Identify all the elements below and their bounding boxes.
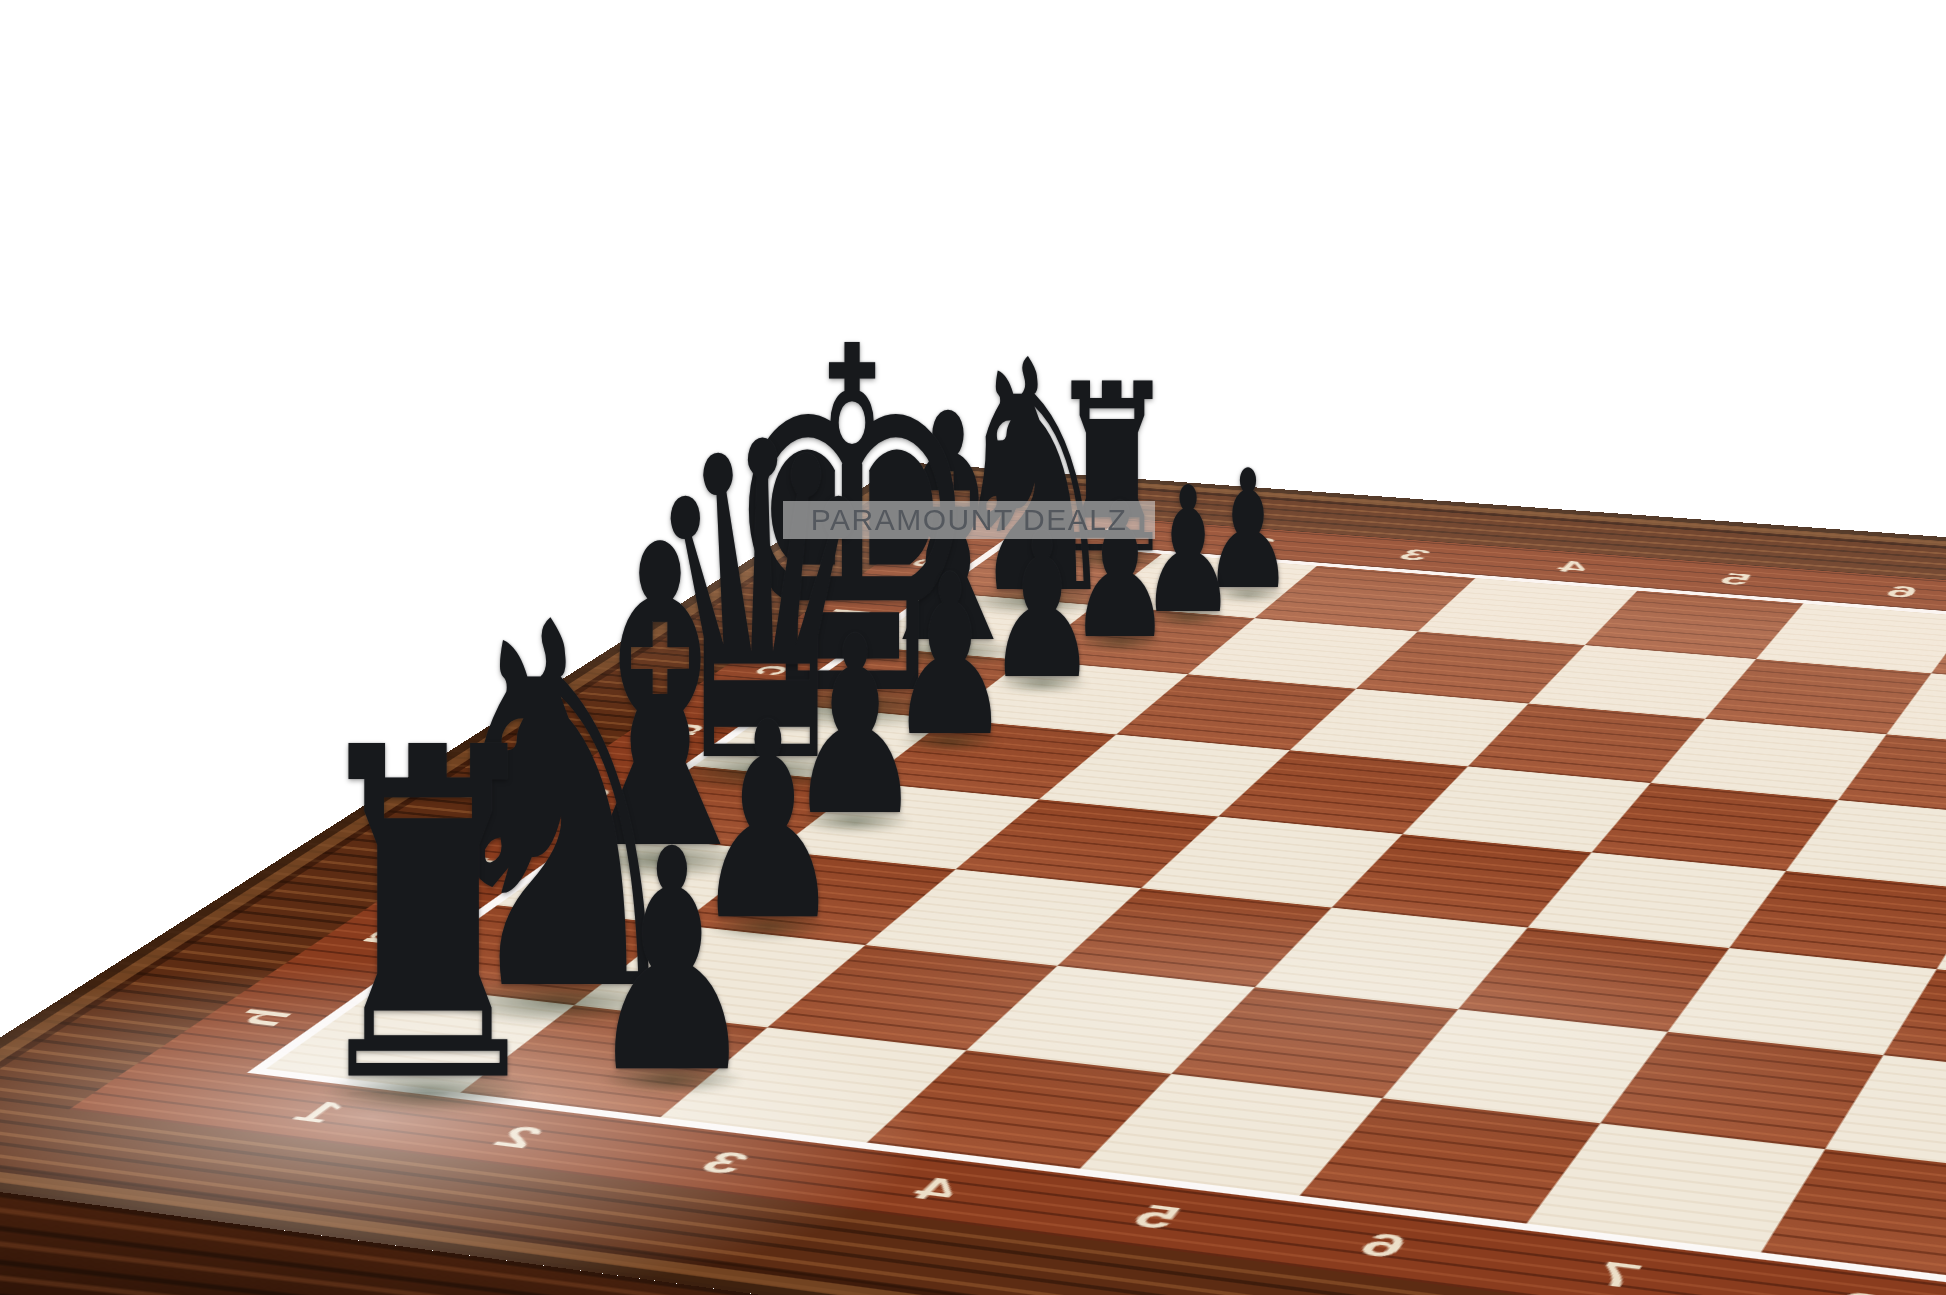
watermark-text: PARAMOUNT DEALZ [811, 503, 1127, 537]
chess-board: 1122334455667788hgfedcba [0, 462, 1946, 1295]
watermark: PARAMOUNT DEALZ [783, 501, 1155, 539]
product-photo-stage: 1122334455667788hgfedcba ♜♜♟♟♞♞♟♟♟♟♝♝♟♟♚… [0, 0, 1946, 1295]
